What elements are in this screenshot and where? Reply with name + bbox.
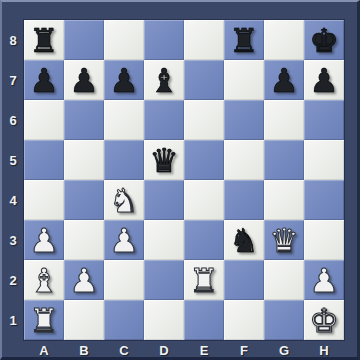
board: ♜♜♚♟♟♟♝♟♟♛♞♟♟♞♛♝♟♜♟♜♚ [24, 20, 344, 340]
square-a1[interactable]: ♜ [24, 300, 64, 340]
square-e7[interactable] [184, 60, 224, 100]
piece-black-bishop-d7[interactable]: ♝ [149, 64, 179, 97]
square-a6[interactable] [24, 100, 64, 140]
square-f5[interactable] [224, 140, 264, 180]
file-label-f: F [224, 341, 264, 359]
square-g7[interactable]: ♟ [264, 60, 304, 100]
piece-white-knight-c4[interactable]: ♞ [109, 184, 139, 217]
piece-white-pawn-a3[interactable]: ♟ [29, 224, 59, 257]
square-e3[interactable] [184, 220, 224, 260]
square-e5[interactable] [184, 140, 224, 180]
square-b1[interactable] [64, 300, 104, 340]
square-h3[interactable] [304, 220, 344, 260]
piece-black-pawn-h7[interactable]: ♟ [309, 64, 339, 97]
piece-black-rook-a8[interactable]: ♜ [29, 24, 59, 57]
piece-black-queen-d5[interactable]: ♛ [149, 144, 179, 177]
piece-white-pawn-h2[interactable]: ♟ [309, 264, 339, 297]
square-h7[interactable]: ♟ [304, 60, 344, 100]
piece-black-knight-f3[interactable]: ♞ [229, 224, 259, 257]
square-g3[interactable]: ♛ [264, 220, 304, 260]
square-c8[interactable] [104, 20, 144, 60]
square-g1[interactable] [264, 300, 304, 340]
square-a8[interactable]: ♜ [24, 20, 64, 60]
square-f4[interactable] [224, 180, 264, 220]
square-h2[interactable]: ♟ [304, 260, 344, 300]
piece-white-king-h1[interactable]: ♚ [309, 304, 339, 337]
square-f7[interactable] [224, 60, 264, 100]
square-f3[interactable]: ♞ [224, 220, 264, 260]
rank-labels: 87654321 [2, 20, 24, 340]
square-e1[interactable] [184, 300, 224, 340]
file-label-b: B [64, 341, 104, 359]
square-a4[interactable] [24, 180, 64, 220]
square-c3[interactable]: ♟ [104, 220, 144, 260]
file-labels: ABCDEFGH [24, 341, 344, 359]
square-a3[interactable]: ♟ [24, 220, 64, 260]
piece-black-pawn-b7[interactable]: ♟ [69, 64, 99, 97]
file-label-e: E [184, 341, 224, 359]
square-f8[interactable]: ♜ [224, 20, 264, 60]
square-c5[interactable] [104, 140, 144, 180]
rank-label-1: 1 [2, 300, 24, 340]
square-c2[interactable] [104, 260, 144, 300]
square-d5[interactable]: ♛ [144, 140, 184, 180]
piece-white-rook-e2[interactable]: ♜ [189, 264, 219, 297]
file-label-d: D [144, 341, 184, 359]
square-d8[interactable] [144, 20, 184, 60]
square-b6[interactable] [64, 100, 104, 140]
square-d7[interactable]: ♝ [144, 60, 184, 100]
square-a5[interactable] [24, 140, 64, 180]
rank-label-4: 4 [2, 180, 24, 220]
square-b7[interactable]: ♟ [64, 60, 104, 100]
square-g2[interactable] [264, 260, 304, 300]
piece-black-pawn-g7[interactable]: ♟ [269, 64, 299, 97]
square-f6[interactable] [224, 100, 264, 140]
square-f2[interactable] [224, 260, 264, 300]
square-g4[interactable] [264, 180, 304, 220]
square-c1[interactable] [104, 300, 144, 340]
piece-black-pawn-a7[interactable]: ♟ [29, 64, 59, 97]
square-b4[interactable] [64, 180, 104, 220]
rank-label-3: 3 [2, 220, 24, 260]
square-g6[interactable] [264, 100, 304, 140]
square-a2[interactable]: ♝ [24, 260, 64, 300]
square-h6[interactable] [304, 100, 344, 140]
square-h8[interactable]: ♚ [304, 20, 344, 60]
square-d6[interactable] [144, 100, 184, 140]
square-d2[interactable] [144, 260, 184, 300]
rank-label-6: 6 [2, 100, 24, 140]
square-b3[interactable] [64, 220, 104, 260]
square-b2[interactable]: ♟ [64, 260, 104, 300]
square-c4[interactable]: ♞ [104, 180, 144, 220]
file-label-g: G [264, 341, 304, 359]
piece-black-rook-f8[interactable]: ♜ [229, 24, 259, 57]
piece-white-pawn-c3[interactable]: ♟ [109, 224, 139, 257]
square-g5[interactable] [264, 140, 304, 180]
piece-white-pawn-b2[interactable]: ♟ [69, 264, 99, 297]
square-f1[interactable] [224, 300, 264, 340]
piece-black-king-h8[interactable]: ♚ [309, 24, 339, 57]
square-d3[interactable] [144, 220, 184, 260]
piece-white-rook-a1[interactable]: ♜ [29, 304, 59, 337]
square-e6[interactable] [184, 100, 224, 140]
rank-label-2: 2 [2, 260, 24, 300]
square-e8[interactable] [184, 20, 224, 60]
square-b5[interactable] [64, 140, 104, 180]
square-d1[interactable] [144, 300, 184, 340]
piece-white-bishop-a2[interactable]: ♝ [29, 264, 59, 297]
square-h5[interactable] [304, 140, 344, 180]
square-h1[interactable]: ♚ [304, 300, 344, 340]
piece-white-queen-g3[interactable]: ♛ [269, 224, 299, 257]
square-b8[interactable] [64, 20, 104, 60]
rank-label-5: 5 [2, 140, 24, 180]
piece-black-pawn-c7[interactable]: ♟ [109, 64, 139, 97]
square-d4[interactable] [144, 180, 184, 220]
rank-label-8: 8 [2, 20, 24, 60]
rank-label-7: 7 [2, 60, 24, 100]
file-label-c: C [104, 341, 144, 359]
chessboard-frame: 87654321 ABCDEFGH ♜♜♚♟♟♟♝♟♟♛♞♟♟♞♛♝♟♜♟♜♚ [0, 0, 360, 360]
file-label-h: H [304, 341, 344, 359]
square-c7[interactable]: ♟ [104, 60, 144, 100]
square-h4[interactable] [304, 180, 344, 220]
square-e2[interactable]: ♜ [184, 260, 224, 300]
square-e4[interactable] [184, 180, 224, 220]
square-a7[interactable]: ♟ [24, 60, 64, 100]
square-c6[interactable] [104, 100, 144, 140]
square-g8[interactable] [264, 20, 304, 60]
file-label-a: A [24, 341, 64, 359]
